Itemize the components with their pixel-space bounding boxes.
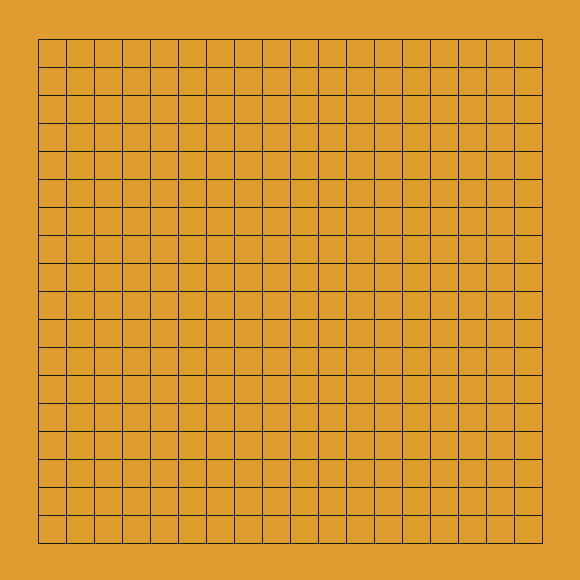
go-board-screen [0,0,580,580]
board-grid-lines [38,39,543,544]
